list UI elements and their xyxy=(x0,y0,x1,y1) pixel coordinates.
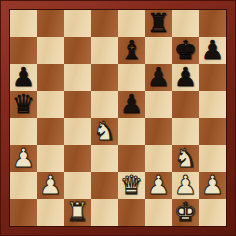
square-g4[interactable] xyxy=(172,118,199,145)
square-e8[interactable] xyxy=(118,10,145,37)
piece-white-queen[interactable]: ♛ xyxy=(120,172,143,199)
square-a7[interactable] xyxy=(10,37,37,64)
square-h4[interactable] xyxy=(199,118,226,145)
square-f8[interactable]: ♜ xyxy=(145,10,172,37)
square-c8[interactable] xyxy=(64,10,91,37)
square-g6[interactable]: ♟ xyxy=(172,64,199,91)
square-c4[interactable] xyxy=(64,118,91,145)
square-g3[interactable]: ♞ xyxy=(172,145,199,172)
piece-white-king[interactable]: ♚ xyxy=(174,199,197,226)
square-c2[interactable] xyxy=(64,172,91,199)
square-e6[interactable] xyxy=(118,64,145,91)
piece-black-bishop[interactable]: ♝ xyxy=(120,37,143,64)
square-h6[interactable] xyxy=(199,64,226,91)
square-c1[interactable]: ♜ xyxy=(64,199,91,226)
square-c3[interactable] xyxy=(64,145,91,172)
square-g2[interactable]: ♟ xyxy=(172,172,199,199)
square-h3[interactable] xyxy=(199,145,226,172)
square-b1[interactable] xyxy=(37,199,64,226)
square-b3[interactable] xyxy=(37,145,64,172)
piece-white-pawn[interactable]: ♟ xyxy=(39,172,62,199)
piece-black-queen[interactable]: ♛ xyxy=(12,91,35,118)
square-a5[interactable]: ♛ xyxy=(10,91,37,118)
square-c6[interactable] xyxy=(64,64,91,91)
square-d5[interactable] xyxy=(91,91,118,118)
square-c5[interactable] xyxy=(64,91,91,118)
square-h7[interactable]: ♟ xyxy=(199,37,226,64)
square-e4[interactable] xyxy=(118,118,145,145)
board-frame: ♜♝♚♟♟♟♟♛♟♞♟♞♟♛♟♟♟♜♚ xyxy=(0,0,236,236)
square-f5[interactable] xyxy=(145,91,172,118)
square-f6[interactable]: ♟ xyxy=(145,64,172,91)
square-d4[interactable]: ♞ xyxy=(91,118,118,145)
square-h2[interactable]: ♟ xyxy=(199,172,226,199)
square-c7[interactable] xyxy=(64,37,91,64)
square-a4[interactable] xyxy=(10,118,37,145)
piece-white-knight[interactable]: ♞ xyxy=(93,118,116,145)
square-a1[interactable] xyxy=(10,199,37,226)
square-a2[interactable] xyxy=(10,172,37,199)
square-g8[interactable] xyxy=(172,10,199,37)
square-b4[interactable] xyxy=(37,118,64,145)
piece-black-rook[interactable]: ♜ xyxy=(147,10,170,37)
piece-white-pawn[interactable]: ♟ xyxy=(12,145,35,172)
square-b5[interactable] xyxy=(37,91,64,118)
square-f7[interactable] xyxy=(145,37,172,64)
piece-white-pawn[interactable]: ♟ xyxy=(174,172,197,199)
square-h1[interactable] xyxy=(199,199,226,226)
square-e2[interactable]: ♛ xyxy=(118,172,145,199)
square-f1[interactable] xyxy=(145,199,172,226)
square-f4[interactable] xyxy=(145,118,172,145)
piece-white-knight[interactable]: ♞ xyxy=(174,145,197,172)
piece-black-pawn[interactable]: ♟ xyxy=(120,91,143,118)
chess-board: ♜♝♚♟♟♟♟♛♟♞♟♞♟♛♟♟♟♜♚ xyxy=(10,10,226,226)
square-b8[interactable] xyxy=(37,10,64,37)
square-h5[interactable] xyxy=(199,91,226,118)
square-d1[interactable] xyxy=(91,199,118,226)
square-e5[interactable]: ♟ xyxy=(118,91,145,118)
square-a6[interactable]: ♟ xyxy=(10,64,37,91)
square-f2[interactable]: ♟ xyxy=(145,172,172,199)
square-f3[interactable] xyxy=(145,145,172,172)
square-a3[interactable]: ♟ xyxy=(10,145,37,172)
square-g7[interactable]: ♚ xyxy=(172,37,199,64)
square-a8[interactable] xyxy=(10,10,37,37)
piece-white-pawn[interactable]: ♟ xyxy=(201,172,224,199)
square-d6[interactable] xyxy=(91,64,118,91)
square-e1[interactable] xyxy=(118,199,145,226)
square-e3[interactable] xyxy=(118,145,145,172)
square-b2[interactable]: ♟ xyxy=(37,172,64,199)
square-d8[interactable] xyxy=(91,10,118,37)
square-d7[interactable] xyxy=(91,37,118,64)
square-d2[interactable] xyxy=(91,172,118,199)
square-d3[interactable] xyxy=(91,145,118,172)
piece-white-rook[interactable]: ♜ xyxy=(66,199,89,226)
square-e7[interactable]: ♝ xyxy=(118,37,145,64)
square-g5[interactable] xyxy=(172,91,199,118)
square-g1[interactable]: ♚ xyxy=(172,199,199,226)
square-b7[interactable] xyxy=(37,37,64,64)
piece-black-king[interactable]: ♚ xyxy=(174,37,197,64)
piece-black-pawn[interactable]: ♟ xyxy=(12,64,35,91)
piece-white-pawn[interactable]: ♟ xyxy=(147,172,170,199)
square-b6[interactable] xyxy=(37,64,64,91)
piece-black-pawn[interactable]: ♟ xyxy=(147,64,170,91)
piece-black-pawn[interactable]: ♟ xyxy=(174,64,197,91)
square-h8[interactable] xyxy=(199,10,226,37)
piece-black-pawn[interactable]: ♟ xyxy=(201,37,224,64)
